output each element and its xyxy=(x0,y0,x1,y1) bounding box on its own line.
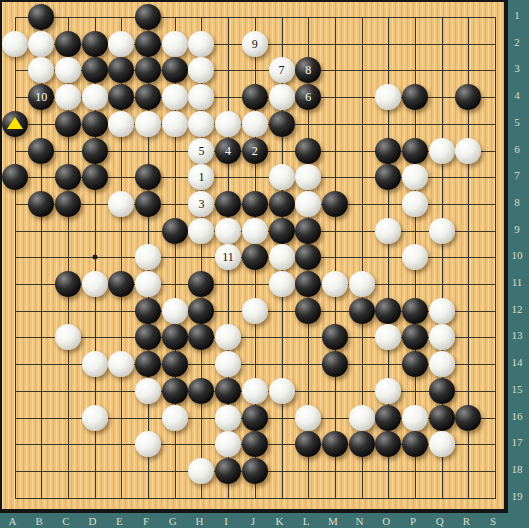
move-number-label: 1 xyxy=(198,171,204,183)
white-stone xyxy=(82,351,108,377)
grid-line xyxy=(495,17,496,499)
white-stone xyxy=(322,271,348,297)
move-number-label: 11 xyxy=(222,251,234,263)
white-stone xyxy=(375,84,401,110)
black-stone xyxy=(215,378,241,404)
row-label: 3 xyxy=(514,62,520,74)
white-stone xyxy=(215,218,241,244)
black-stone xyxy=(269,111,295,137)
white-stone xyxy=(162,111,188,137)
row-label: 5 xyxy=(514,116,520,128)
black-stone: 8 xyxy=(295,57,321,83)
white-stone xyxy=(188,84,214,110)
column-label: B xyxy=(36,515,43,527)
white-stone xyxy=(215,405,241,431)
white-stone xyxy=(162,31,188,57)
black-stone xyxy=(375,405,401,431)
white-stone xyxy=(215,351,241,377)
column-label: C xyxy=(62,515,69,527)
white-stone xyxy=(108,351,134,377)
black-stone xyxy=(135,4,161,30)
white-stone xyxy=(135,111,161,137)
column-label: A xyxy=(9,515,17,527)
move-number-label: 3 xyxy=(198,198,204,210)
black-stone xyxy=(242,458,268,484)
column-label: N xyxy=(356,515,364,527)
white-stone: 7 xyxy=(269,57,295,83)
black-stone xyxy=(402,351,428,377)
white-stone xyxy=(188,458,214,484)
column-label: L xyxy=(303,515,310,527)
column-label: Q xyxy=(436,515,444,527)
row-label: 19 xyxy=(512,490,523,502)
white-stone xyxy=(269,244,295,270)
black-stone xyxy=(269,218,295,244)
black-stone xyxy=(242,244,268,270)
black-stone xyxy=(188,378,214,404)
white-stone xyxy=(242,298,268,324)
column-label: K xyxy=(276,515,284,527)
black-stone xyxy=(82,111,108,137)
black-stone xyxy=(55,191,81,217)
white-stone xyxy=(82,405,108,431)
white-stone xyxy=(108,31,134,57)
black-stone xyxy=(322,351,348,377)
move-number-label: 8 xyxy=(305,64,311,76)
black-stone xyxy=(2,111,28,137)
white-stone xyxy=(215,431,241,457)
white-stone xyxy=(402,164,428,190)
column-label: M xyxy=(328,515,338,527)
row-label: 8 xyxy=(514,196,520,208)
black-stone xyxy=(135,164,161,190)
white-stone xyxy=(162,298,188,324)
black-stone xyxy=(162,324,188,350)
black-stone xyxy=(375,298,401,324)
black-stone xyxy=(429,378,455,404)
white-stone xyxy=(28,31,54,57)
black-stone xyxy=(135,191,161,217)
row-label: 12 xyxy=(512,303,523,315)
row-label: 11 xyxy=(512,276,523,288)
black-stone xyxy=(375,164,401,190)
black-stone xyxy=(135,298,161,324)
black-stone xyxy=(135,324,161,350)
column-label: G xyxy=(169,515,177,527)
black-stone xyxy=(135,31,161,57)
white-stone xyxy=(242,378,268,404)
black-stone xyxy=(82,31,108,57)
white-stone xyxy=(135,244,161,270)
white-stone xyxy=(108,191,134,217)
white-stone xyxy=(135,378,161,404)
black-stone xyxy=(55,164,81,190)
black-stone xyxy=(82,164,108,190)
white-stone xyxy=(188,218,214,244)
white-stone xyxy=(429,431,455,457)
move-number-label: 4 xyxy=(225,145,231,157)
white-stone xyxy=(55,324,81,350)
black-stone xyxy=(28,4,54,30)
black-stone xyxy=(429,405,455,431)
white-stone xyxy=(429,324,455,350)
white-stone xyxy=(429,138,455,164)
black-stone xyxy=(135,57,161,83)
white-stone xyxy=(55,57,81,83)
black-stone xyxy=(242,405,268,431)
black-stone xyxy=(322,431,348,457)
star-point xyxy=(92,255,97,260)
white-stone xyxy=(82,271,108,297)
black-stone xyxy=(55,31,81,57)
white-stone xyxy=(108,111,134,137)
column-label: F xyxy=(143,515,149,527)
white-stone: 9 xyxy=(242,31,268,57)
row-label: 16 xyxy=(512,410,523,422)
black-stone xyxy=(242,191,268,217)
black-stone xyxy=(215,458,241,484)
black-stone xyxy=(402,298,428,324)
white-stone xyxy=(269,84,295,110)
black-stone xyxy=(322,191,348,217)
black-stone: 6 xyxy=(295,84,321,110)
white-stone xyxy=(375,324,401,350)
black-stone: 2 xyxy=(242,138,268,164)
black-stone xyxy=(162,57,188,83)
white-stone: 1 xyxy=(188,164,214,190)
black-stone xyxy=(402,324,428,350)
black-stone xyxy=(135,84,161,110)
white-stone xyxy=(135,271,161,297)
white-stone xyxy=(429,298,455,324)
row-label: 18 xyxy=(512,463,523,475)
move-number-label: 5 xyxy=(198,145,204,157)
white-stone: 11 xyxy=(215,244,241,270)
row-label: 4 xyxy=(514,89,520,101)
row-label: 10 xyxy=(512,249,523,261)
row-label: 15 xyxy=(512,383,523,395)
black-stone xyxy=(162,351,188,377)
black-stone xyxy=(295,138,321,164)
triangle-mark xyxy=(7,117,23,129)
black-stone xyxy=(295,271,321,297)
white-stone xyxy=(295,191,321,217)
column-label: R xyxy=(463,515,470,527)
black-stone: 10 xyxy=(28,84,54,110)
go-app-window: 9781065421311 ABCDEFGHIJKLMNOPQRS1234567… xyxy=(0,0,529,528)
black-stone xyxy=(55,271,81,297)
black-stone xyxy=(295,298,321,324)
black-stone xyxy=(455,405,481,431)
row-label: 17 xyxy=(512,436,523,448)
black-stone xyxy=(269,191,295,217)
white-stone xyxy=(375,218,401,244)
column-label: J xyxy=(251,515,255,527)
column-label: I xyxy=(224,515,228,527)
column-label: E xyxy=(116,515,123,527)
black-stone xyxy=(349,431,375,457)
move-number-label: 2 xyxy=(252,145,258,157)
column-label: H xyxy=(195,515,203,527)
white-stone xyxy=(242,111,268,137)
move-number-label: 7 xyxy=(279,64,285,76)
white-stone xyxy=(82,84,108,110)
black-stone xyxy=(375,431,401,457)
white-stone xyxy=(55,84,81,110)
black-stone: 4 xyxy=(215,138,241,164)
grid-line xyxy=(335,17,336,499)
black-stone xyxy=(349,298,375,324)
white-stone xyxy=(188,57,214,83)
white-stone xyxy=(269,271,295,297)
black-stone xyxy=(188,324,214,350)
column-label: D xyxy=(89,515,97,527)
black-stone xyxy=(28,191,54,217)
white-stone xyxy=(402,244,428,270)
white-stone xyxy=(135,431,161,457)
black-stone xyxy=(242,431,268,457)
black-stone xyxy=(108,57,134,83)
black-stone xyxy=(82,57,108,83)
white-stone xyxy=(429,218,455,244)
black-stone xyxy=(455,84,481,110)
white-stone xyxy=(242,218,268,244)
row-label: 6 xyxy=(514,143,520,155)
black-stone xyxy=(55,111,81,137)
black-stone xyxy=(108,84,134,110)
black-stone xyxy=(28,138,54,164)
move-number-label: 10 xyxy=(35,91,47,103)
black-stone xyxy=(188,298,214,324)
row-label: 2 xyxy=(514,36,520,48)
white-stone: 5 xyxy=(188,138,214,164)
grid-line xyxy=(15,498,497,499)
white-stone xyxy=(349,405,375,431)
row-label: 9 xyxy=(514,223,520,235)
black-stone xyxy=(188,271,214,297)
white-stone xyxy=(215,324,241,350)
black-stone xyxy=(215,191,241,217)
move-number-label: 6 xyxy=(305,91,311,103)
black-stone xyxy=(402,84,428,110)
white-stone xyxy=(215,111,241,137)
white-stone xyxy=(188,111,214,137)
white-stone xyxy=(162,405,188,431)
white-stone xyxy=(295,164,321,190)
black-stone xyxy=(82,138,108,164)
row-label: 7 xyxy=(514,169,520,181)
black-stone xyxy=(295,244,321,270)
row-label: 14 xyxy=(512,356,523,368)
white-stone xyxy=(2,31,28,57)
white-stone xyxy=(455,138,481,164)
white-stone xyxy=(429,351,455,377)
white-stone xyxy=(402,405,428,431)
white-stone xyxy=(188,31,214,57)
black-stone xyxy=(375,138,401,164)
black-stone xyxy=(2,164,28,190)
white-stone xyxy=(28,57,54,83)
column-label: P xyxy=(410,515,416,527)
black-stone xyxy=(162,378,188,404)
white-stone xyxy=(269,164,295,190)
black-stone xyxy=(402,138,428,164)
black-stone xyxy=(295,431,321,457)
row-label: 1 xyxy=(514,9,520,21)
black-stone xyxy=(402,431,428,457)
black-stone xyxy=(322,324,348,350)
white-stone xyxy=(349,271,375,297)
move-number-label: 9 xyxy=(252,38,258,50)
white-stone xyxy=(295,405,321,431)
white-stone: 3 xyxy=(188,191,214,217)
white-stone xyxy=(162,84,188,110)
white-stone xyxy=(375,378,401,404)
black-stone xyxy=(162,218,188,244)
row-label: 13 xyxy=(512,329,523,341)
black-stone xyxy=(242,84,268,110)
column-label: S xyxy=(490,515,496,527)
white-stone xyxy=(269,378,295,404)
black-stone xyxy=(295,218,321,244)
white-stone xyxy=(402,191,428,217)
black-stone xyxy=(108,271,134,297)
black-stone xyxy=(135,351,161,377)
column-label: O xyxy=(382,515,390,527)
go-board[interactable]: 9781065421311 xyxy=(0,0,508,513)
